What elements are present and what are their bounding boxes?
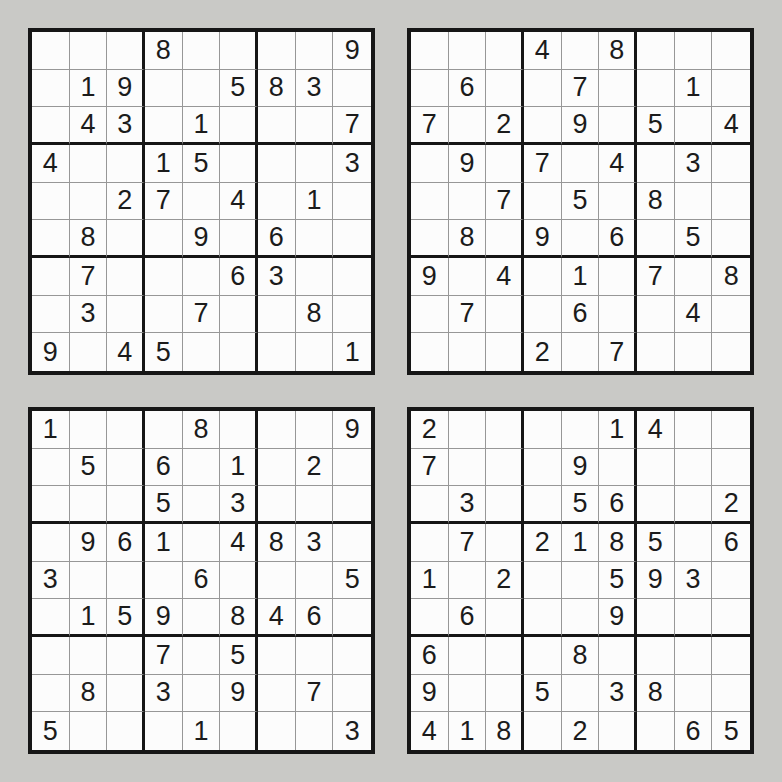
sudoku-cell-r6c9[interactable] — [712, 220, 750, 258]
sudoku-cell-r6c8[interactable]: 5 — [675, 220, 713, 258]
sudoku-cell-r7c2[interactable] — [449, 637, 487, 675]
sudoku-cell-r2c8[interactable]: 2 — [296, 449, 334, 487]
sudoku-cell-r1c3[interactable] — [486, 411, 524, 449]
sudoku-cell-r8c8[interactable]: 4 — [675, 296, 713, 334]
sudoku-cell-r9c5[interactable] — [183, 333, 221, 371]
sudoku-cell-r9c9[interactable] — [712, 333, 750, 371]
sudoku-cell-r8c6[interactable] — [599, 296, 637, 334]
sudoku-cell-r2c4[interactable]: 6 — [145, 449, 183, 487]
sudoku-cell-r7c8[interactable] — [675, 258, 713, 296]
sudoku-cell-r8c9[interactable] — [333, 296, 371, 334]
sudoku-cell-r8c4[interactable]: 3 — [145, 675, 183, 713]
sudoku-cell-r5c1[interactable]: 1 — [411, 562, 449, 600]
sudoku-cell-r1c5[interactable] — [562, 32, 600, 70]
sudoku-cell-r5c8[interactable] — [296, 562, 334, 600]
sudoku-cell-r1c9[interactable] — [712, 411, 750, 449]
sudoku-cell-r9c1[interactable]: 9 — [32, 333, 70, 371]
sudoku-cell-r2c9[interactable] — [712, 449, 750, 487]
sudoku-cell-r4c6[interactable]: 8 — [599, 524, 637, 562]
sudoku-cell-r3c8[interactable] — [296, 486, 334, 524]
sudoku-cell-r9c8[interactable] — [675, 333, 713, 371]
sudoku-cell-r2c5[interactable] — [183, 70, 221, 108]
sudoku-cell-r6c1[interactable] — [411, 599, 449, 637]
sudoku-cell-r1c2[interactable] — [449, 32, 487, 70]
sudoku-cell-r3c2[interactable]: 4 — [70, 107, 108, 145]
sudoku-cell-r9c7[interactable] — [637, 333, 675, 371]
sudoku-cell-r4c1[interactable] — [411, 145, 449, 183]
sudoku-cell-r5c7[interactable]: 9 — [637, 562, 675, 600]
sudoku-cell-r2c9[interactable] — [712, 70, 750, 108]
sudoku-cell-r3c8[interactable] — [296, 107, 334, 145]
sudoku-cell-r2c1[interactable]: 7 — [411, 449, 449, 487]
sudoku-cell-r2c6[interactable] — [599, 70, 637, 108]
sudoku-cell-r6c6[interactable]: 9 — [599, 599, 637, 637]
sudoku-cell-r8c9[interactable] — [712, 296, 750, 334]
sudoku-cell-r7c5[interactable]: 1 — [562, 258, 600, 296]
sudoku-cell-r7c9[interactable] — [333, 637, 371, 675]
sudoku-cell-r8c5[interactable] — [183, 675, 221, 713]
sudoku-cell-r8c4[interactable] — [524, 296, 562, 334]
sudoku-cell-r7c5[interactable]: 8 — [562, 637, 600, 675]
sudoku-cell-r9c6[interactable]: 7 — [599, 333, 637, 371]
sudoku-cell-r7c4[interactable] — [524, 637, 562, 675]
sudoku-cell-r6c3[interactable] — [107, 220, 145, 258]
sudoku-cell-r9c7[interactable] — [637, 712, 675, 750]
sudoku-cell-r4c4[interactable]: 7 — [524, 145, 562, 183]
sudoku-cell-r7c6[interactable]: 6 — [220, 258, 258, 296]
sudoku-cell-r1c5[interactable] — [562, 411, 600, 449]
sudoku-cell-r8c6[interactable]: 9 — [220, 675, 258, 713]
sudoku-cell-r2c4[interactable] — [145, 70, 183, 108]
sudoku-cell-r5c9[interactable] — [712, 183, 750, 221]
sudoku-cell-r8c8[interactable]: 7 — [296, 675, 334, 713]
sudoku-cell-r4c4[interactable]: 2 — [524, 524, 562, 562]
sudoku-cell-r9c8[interactable] — [296, 712, 334, 750]
sudoku-cell-r3c4[interactable]: 5 — [145, 486, 183, 524]
sudoku-cell-r3c6[interactable] — [599, 107, 637, 145]
sudoku-cell-r3c9[interactable]: 4 — [712, 107, 750, 145]
sudoku-cell-r1c9[interactable] — [712, 32, 750, 70]
sudoku-cell-r7c2[interactable]: 7 — [70, 258, 108, 296]
sudoku-cell-r1c7[interactable]: 4 — [637, 411, 675, 449]
sudoku-cell-r2c3[interactable] — [486, 449, 524, 487]
sudoku-cell-r7c4[interactable] — [145, 258, 183, 296]
sudoku-cell-r2c2[interactable] — [449, 449, 487, 487]
sudoku-cell-r8c5[interactable] — [562, 675, 600, 713]
sudoku-cell-r6c4[interactable]: 9 — [524, 220, 562, 258]
sudoku-cell-r9c7[interactable] — [258, 712, 296, 750]
sudoku-cell-r8c5[interactable]: 7 — [183, 296, 221, 334]
sudoku-cell-r5c1[interactable] — [32, 183, 70, 221]
sudoku-cell-r4c5[interactable]: 5 — [183, 145, 221, 183]
sudoku-cell-r3c9[interactable]: 7 — [333, 107, 371, 145]
sudoku-cell-r8c8[interactable] — [675, 675, 713, 713]
sudoku-cell-r8c2[interactable] — [449, 675, 487, 713]
sudoku-cell-r9c4[interactable]: 2 — [524, 333, 562, 371]
sudoku-cell-r5c7[interactable] — [258, 183, 296, 221]
sudoku-cell-r5c8[interactable]: 3 — [675, 562, 713, 600]
sudoku-cell-r3c2[interactable]: 3 — [449, 486, 487, 524]
sudoku-cell-r8c5[interactable]: 6 — [562, 296, 600, 334]
sudoku-cell-r9c1[interactable]: 4 — [411, 712, 449, 750]
sudoku-cell-r4c7[interactable] — [637, 145, 675, 183]
sudoku-cell-r2c3[interactable] — [486, 70, 524, 108]
sudoku-cell-r9c8[interactable]: 6 — [675, 712, 713, 750]
sudoku-cell-r2c1[interactable] — [32, 449, 70, 487]
sudoku-cell-r4c9[interactable]: 6 — [712, 524, 750, 562]
sudoku-cell-r5c5[interactable] — [183, 183, 221, 221]
sudoku-cell-r8c1[interactable] — [411, 296, 449, 334]
sudoku-cell-r8c2[interactable]: 3 — [70, 296, 108, 334]
sudoku-cell-r4c6[interactable] — [220, 145, 258, 183]
sudoku-cell-r2c6[interactable]: 5 — [220, 70, 258, 108]
sudoku-cell-r7c2[interactable] — [449, 258, 487, 296]
sudoku-cell-r5c8[interactable] — [675, 183, 713, 221]
sudoku-cell-r2c2[interactable]: 5 — [70, 449, 108, 487]
sudoku-cell-r5c3[interactable] — [107, 562, 145, 600]
sudoku-cell-r4c6[interactable]: 4 — [220, 524, 258, 562]
sudoku-cell-r6c2[interactable]: 6 — [449, 599, 487, 637]
sudoku-cell-r4c3[interactable]: 6 — [107, 524, 145, 562]
sudoku-cell-r8c7[interactable] — [637, 296, 675, 334]
sudoku-cell-r3c6[interactable]: 3 — [220, 486, 258, 524]
sudoku-cell-r8c1[interactable]: 9 — [411, 675, 449, 713]
sudoku-cell-r3c6[interactable]: 6 — [599, 486, 637, 524]
sudoku-cell-r7c5[interactable] — [183, 637, 221, 675]
sudoku-cell-r6c2[interactable]: 1 — [70, 599, 108, 637]
sudoku-cell-r9c5[interactable]: 1 — [183, 712, 221, 750]
sudoku-cell-r3c7[interactable] — [637, 486, 675, 524]
sudoku-cell-r8c3[interactable] — [107, 296, 145, 334]
sudoku-cell-r3c3[interactable]: 2 — [486, 107, 524, 145]
sudoku-cell-r3c9[interactable]: 2 — [712, 486, 750, 524]
sudoku-cell-r8c1[interactable] — [32, 296, 70, 334]
sudoku-cell-r4c4[interactable]: 1 — [145, 145, 183, 183]
sudoku-cell-r9c2[interactable] — [449, 333, 487, 371]
sudoku-cell-r8c6[interactable]: 3 — [599, 675, 637, 713]
sudoku-cell-r8c6[interactable] — [220, 296, 258, 334]
sudoku-cell-r4c5[interactable] — [562, 145, 600, 183]
sudoku-cell-r1c7[interactable] — [258, 411, 296, 449]
sudoku-cell-r4c9[interactable] — [333, 524, 371, 562]
sudoku-cell-r4c8[interactable] — [675, 524, 713, 562]
sudoku-cell-r6c6[interactable]: 6 — [599, 220, 637, 258]
sudoku-cell-r7c8[interactable] — [296, 637, 334, 675]
sudoku-cell-r9c6[interactable] — [599, 712, 637, 750]
sudoku-cell-r9c9[interactable]: 3 — [333, 712, 371, 750]
sudoku-cell-r5c7[interactable]: 8 — [637, 183, 675, 221]
sudoku-cell-r2c3[interactable] — [107, 449, 145, 487]
sudoku-cell-r5c5[interactable]: 5 — [562, 183, 600, 221]
sudoku-cell-r9c3[interactable] — [107, 712, 145, 750]
sudoku-cell-r6c5[interactable] — [562, 220, 600, 258]
sudoku-cell-r9c3[interactable]: 8 — [486, 712, 524, 750]
sudoku-cell-r7c3[interactable] — [107, 258, 145, 296]
sudoku-cell-r3c3[interactable] — [486, 486, 524, 524]
sudoku-cell-r6c1[interactable] — [32, 220, 70, 258]
sudoku-cell-r3c3[interactable] — [107, 486, 145, 524]
sudoku-cell-r2c1[interactable] — [32, 70, 70, 108]
sudoku-cell-r5c6[interactable] — [599, 183, 637, 221]
sudoku-cell-r7c7[interactable]: 3 — [258, 258, 296, 296]
sudoku-cell-r1c4[interactable] — [524, 411, 562, 449]
sudoku-cell-r2c5[interactable]: 9 — [562, 449, 600, 487]
sudoku-cell-r9c5[interactable]: 2 — [562, 712, 600, 750]
sudoku-cell-r5c2[interactable] — [70, 183, 108, 221]
sudoku-cell-r5c2[interactable] — [449, 562, 487, 600]
sudoku-cell-r6c7[interactable] — [637, 220, 675, 258]
sudoku-cell-r1c2[interactable] — [70, 32, 108, 70]
sudoku-cell-r3c9[interactable] — [333, 486, 371, 524]
sudoku-cell-r7c9[interactable] — [712, 637, 750, 675]
sudoku-cell-r2c7[interactable]: 8 — [258, 70, 296, 108]
sudoku-cell-r4c9[interactable]: 3 — [333, 145, 371, 183]
sudoku-cell-r4c8[interactable]: 3 — [675, 145, 713, 183]
sudoku-cell-r5c9[interactable]: 5 — [333, 562, 371, 600]
sudoku-cell-r6c2[interactable]: 8 — [70, 220, 108, 258]
sudoku-cell-r5c7[interactable] — [258, 562, 296, 600]
sudoku-cell-r4c2[interactable]: 7 — [449, 524, 487, 562]
sudoku-cell-r1c6[interactable] — [220, 411, 258, 449]
sudoku-cell-r8c7[interactable] — [258, 296, 296, 334]
sudoku-cell-r4c2[interactable]: 9 — [449, 145, 487, 183]
sudoku-cell-r3c4[interactable] — [524, 486, 562, 524]
sudoku-cell-r6c4[interactable] — [145, 220, 183, 258]
sudoku-cell-r9c2[interactable] — [70, 333, 108, 371]
sudoku-cell-r3c8[interactable] — [675, 107, 713, 145]
sudoku-cell-r6c3[interactable] — [486, 220, 524, 258]
sudoku-cell-r1c8[interactable] — [296, 32, 334, 70]
sudoku-cell-r7c6[interactable] — [599, 637, 637, 675]
sudoku-cell-r9c6[interactable] — [220, 712, 258, 750]
sudoku-cell-r5c1[interactable] — [411, 183, 449, 221]
sudoku-cell-r7c2[interactable] — [70, 637, 108, 675]
sudoku-cell-r3c2[interactable] — [70, 486, 108, 524]
sudoku-cell-r6c7[interactable] — [637, 599, 675, 637]
sudoku-cell-r2c1[interactable] — [411, 70, 449, 108]
sudoku-cell-r9c4[interactable] — [524, 712, 562, 750]
sudoku-cell-r6c4[interactable] — [524, 599, 562, 637]
sudoku-cell-r1c6[interactable]: 8 — [599, 32, 637, 70]
sudoku-cell-r5c6[interactable]: 4 — [220, 183, 258, 221]
sudoku-cell-r8c3[interactable] — [107, 675, 145, 713]
sudoku-cell-r6c8[interactable]: 6 — [296, 599, 334, 637]
sudoku-cell-r3c8[interactable] — [675, 486, 713, 524]
sudoku-cell-r1c6[interactable] — [220, 32, 258, 70]
sudoku-cell-r1c7[interactable] — [637, 32, 675, 70]
sudoku-cell-r5c9[interactable] — [333, 183, 371, 221]
sudoku-cell-r1c4[interactable]: 4 — [524, 32, 562, 70]
sudoku-cell-r7c7[interactable] — [258, 637, 296, 675]
sudoku-cell-r3c1[interactable]: 7 — [411, 107, 449, 145]
sudoku-cell-r3c4[interactable] — [145, 107, 183, 145]
sudoku-cell-r6c7[interactable]: 6 — [258, 220, 296, 258]
sudoku-cell-r1c3[interactable] — [107, 411, 145, 449]
sudoku-cell-r1c5[interactable] — [183, 32, 221, 70]
sudoku-cell-r2c4[interactable] — [524, 70, 562, 108]
sudoku-cell-r7c4[interactable]: 7 — [145, 637, 183, 675]
sudoku-cell-r2c7[interactable] — [258, 449, 296, 487]
sudoku-cell-r9c5[interactable] — [562, 333, 600, 371]
sudoku-cell-r8c7[interactable]: 8 — [637, 675, 675, 713]
sudoku-cell-r4c3[interactable] — [486, 145, 524, 183]
sudoku-cell-r4c4[interactable]: 1 — [145, 524, 183, 562]
sudoku-cell-r3c7[interactable] — [258, 486, 296, 524]
sudoku-cell-r6c2[interactable]: 8 — [449, 220, 487, 258]
sudoku-cell-r8c4[interactable] — [145, 296, 183, 334]
sudoku-cell-r6c4[interactable]: 9 — [145, 599, 183, 637]
sudoku-cell-r6c1[interactable] — [411, 220, 449, 258]
sudoku-cell-r1c9[interactable]: 9 — [333, 411, 371, 449]
sudoku-cell-r8c1[interactable] — [32, 675, 70, 713]
sudoku-cell-r2c6[interactable]: 1 — [220, 449, 258, 487]
sudoku-cell-r8c3[interactable] — [486, 675, 524, 713]
sudoku-cell-r5c4[interactable] — [524, 183, 562, 221]
sudoku-cell-r2c7[interactable] — [637, 449, 675, 487]
sudoku-cell-r6c8[interactable] — [675, 599, 713, 637]
sudoku-cell-r4c2[interactable]: 9 — [70, 524, 108, 562]
sudoku-cell-r4c1[interactable]: 4 — [32, 145, 70, 183]
sudoku-cell-r4c2[interactable] — [70, 145, 108, 183]
sudoku-cell-r5c4[interactable] — [524, 562, 562, 600]
sudoku-cell-r7c6[interactable]: 5 — [220, 637, 258, 675]
sudoku-cell-r5c5[interactable]: 6 — [183, 562, 221, 600]
sudoku-cell-r3c4[interactable] — [524, 107, 562, 145]
sudoku-cell-r4c7[interactable]: 5 — [637, 524, 675, 562]
sudoku-cell-r3c7[interactable] — [258, 107, 296, 145]
sudoku-cell-r4c1[interactable] — [411, 524, 449, 562]
sudoku-cell-r2c9[interactable] — [333, 449, 371, 487]
sudoku-cell-r9c6[interactable] — [220, 333, 258, 371]
sudoku-cell-r5c4[interactable]: 7 — [145, 183, 183, 221]
sudoku-cell-r7c1[interactable]: 6 — [411, 637, 449, 675]
sudoku-cell-r1c7[interactable] — [258, 32, 296, 70]
sudoku-cell-r3c1[interactable] — [32, 486, 70, 524]
sudoku-cell-r9c2[interactable] — [70, 712, 108, 750]
sudoku-cell-r1c1[interactable]: 2 — [411, 411, 449, 449]
sudoku-cell-r5c3[interactable]: 2 — [107, 183, 145, 221]
sudoku-cell-r9c1[interactable]: 5 — [32, 712, 70, 750]
sudoku-cell-r7c3[interactable]: 4 — [486, 258, 524, 296]
sudoku-cell-r5c9[interactable] — [712, 562, 750, 600]
sudoku-cell-r8c2[interactable]: 7 — [449, 296, 487, 334]
sudoku-cell-r5c3[interactable]: 2 — [486, 562, 524, 600]
sudoku-cell-r5c2[interactable] — [449, 183, 487, 221]
sudoku-cell-r7c3[interactable] — [107, 637, 145, 675]
sudoku-cell-r4c9[interactable] — [712, 145, 750, 183]
sudoku-cell-r7c8[interactable] — [675, 637, 713, 675]
sudoku-cell-r9c4[interactable] — [145, 712, 183, 750]
sudoku-cell-r6c6[interactable] — [220, 220, 258, 258]
sudoku-cell-r5c6[interactable] — [220, 562, 258, 600]
sudoku-cell-r7c9[interactable]: 8 — [712, 258, 750, 296]
sudoku-cell-r1c9[interactable]: 9 — [333, 32, 371, 70]
sudoku-cell-r1c8[interactable] — [675, 32, 713, 70]
sudoku-cell-r2c9[interactable] — [333, 70, 371, 108]
sudoku-cell-r4c3[interactable] — [107, 145, 145, 183]
sudoku-cell-r6c5[interactable] — [183, 599, 221, 637]
sudoku-cell-r7c1[interactable]: 9 — [411, 258, 449, 296]
sudoku-cell-r2c7[interactable] — [637, 70, 675, 108]
sudoku-cell-r6c5[interactable]: 9 — [183, 220, 221, 258]
sudoku-cell-r3c7[interactable]: 5 — [637, 107, 675, 145]
sudoku-cell-r4c3[interactable] — [486, 524, 524, 562]
sudoku-cell-r8c7[interactable] — [258, 675, 296, 713]
sudoku-cell-r8c4[interactable]: 5 — [524, 675, 562, 713]
sudoku-cell-r5c6[interactable]: 5 — [599, 562, 637, 600]
sudoku-cell-r9c7[interactable] — [258, 333, 296, 371]
sudoku-cell-r3c2[interactable] — [449, 107, 487, 145]
sudoku-cell-r7c3[interactable] — [486, 637, 524, 675]
sudoku-cell-r1c6[interactable]: 1 — [599, 411, 637, 449]
sudoku-cell-r5c8[interactable]: 1 — [296, 183, 334, 221]
sudoku-cell-r6c9[interactable] — [712, 599, 750, 637]
sudoku-cell-r3c1[interactable] — [32, 107, 70, 145]
sudoku-cell-r3c6[interactable] — [220, 107, 258, 145]
sudoku-cell-r1c1[interactable] — [32, 32, 70, 70]
sudoku-cell-r7c4[interactable] — [524, 258, 562, 296]
sudoku-cell-r9c3[interactable] — [486, 333, 524, 371]
sudoku-cell-r7c8[interactable] — [296, 258, 334, 296]
sudoku-cell-r1c2[interactable] — [449, 411, 487, 449]
sudoku-cell-r2c6[interactable] — [599, 449, 637, 487]
sudoku-cell-r6c3[interactable]: 5 — [107, 599, 145, 637]
sudoku-cell-r7c5[interactable] — [183, 258, 221, 296]
sudoku-cell-r1c4[interactable] — [145, 411, 183, 449]
sudoku-cell-r3c5[interactable]: 1 — [183, 107, 221, 145]
sudoku-cell-r4c8[interactable]: 3 — [296, 524, 334, 562]
sudoku-cell-r2c2[interactable]: 6 — [449, 70, 487, 108]
sudoku-cell-r5c5[interactable] — [562, 562, 600, 600]
sudoku-cell-r2c4[interactable] — [524, 449, 562, 487]
sudoku-cell-r7c1[interactable] — [32, 258, 70, 296]
sudoku-cell-r9c4[interactable]: 5 — [145, 333, 183, 371]
sudoku-cell-r1c2[interactable] — [70, 411, 108, 449]
sudoku-cell-r5c3[interactable]: 7 — [486, 183, 524, 221]
sudoku-cell-r6c7[interactable]: 4 — [258, 599, 296, 637]
sudoku-cell-r3c5[interactable]: 5 — [562, 486, 600, 524]
sudoku-cell-r4c7[interactable] — [258, 145, 296, 183]
sudoku-cell-r8c8[interactable]: 8 — [296, 296, 334, 334]
sudoku-cell-r9c2[interactable]: 1 — [449, 712, 487, 750]
sudoku-cell-r1c1[interactable] — [411, 32, 449, 70]
sudoku-cell-r6c9[interactable] — [333, 599, 371, 637]
sudoku-cell-r4c5[interactable]: 1 — [562, 524, 600, 562]
sudoku-cell-r9c1[interactable] — [411, 333, 449, 371]
sudoku-cell-r1c3[interactable] — [486, 32, 524, 70]
sudoku-cell-r2c3[interactable]: 9 — [107, 70, 145, 108]
sudoku-cell-r5c4[interactable] — [145, 562, 183, 600]
sudoku-cell-r2c8[interactable]: 3 — [296, 70, 334, 108]
sudoku-cell-r5c2[interactable] — [70, 562, 108, 600]
sudoku-cell-r9c9[interactable]: 5 — [712, 712, 750, 750]
sudoku-cell-r4c8[interactable] — [296, 145, 334, 183]
sudoku-cell-r3c3[interactable]: 3 — [107, 107, 145, 145]
sudoku-cell-r9c3[interactable]: 4 — [107, 333, 145, 371]
sudoku-cell-r6c8[interactable] — [296, 220, 334, 258]
sudoku-cell-r4c7[interactable]: 8 — [258, 524, 296, 562]
sudoku-cell-r8c9[interactable] — [712, 675, 750, 713]
sudoku-cell-r3c5[interactable] — [183, 486, 221, 524]
sudoku-cell-r3c1[interactable] — [411, 486, 449, 524]
sudoku-cell-r1c4[interactable]: 8 — [145, 32, 183, 70]
sudoku-cell-r2c5[interactable] — [183, 449, 221, 487]
sudoku-cell-r7c7[interactable]: 7 — [637, 258, 675, 296]
sudoku-cell-r8c2[interactable]: 8 — [70, 675, 108, 713]
sudoku-cell-r2c8[interactable] — [675, 449, 713, 487]
sudoku-cell-r2c8[interactable]: 1 — [675, 70, 713, 108]
sudoku-cell-r7c1[interactable] — [32, 637, 70, 675]
